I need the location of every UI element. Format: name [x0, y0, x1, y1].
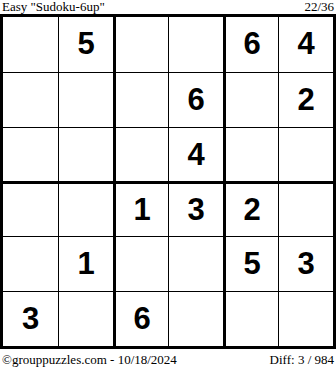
difficulty-text: Diff: 3 / 984	[270, 352, 334, 368]
cell-r4c4: 3	[168, 181, 223, 236]
cell-r2c2[interactable]	[58, 72, 113, 127]
cell-r6c3: 6	[113, 291, 168, 346]
cell-r1c2: 5	[58, 17, 113, 72]
cell-r2c4: 6	[168, 72, 223, 127]
cell-r1c4[interactable]	[168, 17, 223, 72]
cell-r6c4[interactable]	[168, 291, 223, 346]
copyright-text: ©grouppuzzles.com - 10/18/2024	[2, 352, 177, 368]
cell-r2c1[interactable]	[3, 72, 58, 127]
cell-r4c5: 2	[223, 181, 278, 236]
cell-r4c1[interactable]	[3, 181, 58, 236]
cell-r5c2: 1	[58, 236, 113, 291]
cell-r6c1: 3	[3, 291, 58, 346]
cell-r3c2[interactable]	[58, 127, 113, 182]
cell-r3c6[interactable]	[278, 127, 333, 182]
cell-r5c5: 5	[223, 236, 278, 291]
cell-r3c4: 4	[168, 127, 223, 182]
cell-r6c2[interactable]	[58, 291, 113, 346]
cell-r5c6: 3	[278, 236, 333, 291]
cell-r3c5[interactable]	[223, 127, 278, 182]
cell-r5c1[interactable]	[3, 236, 58, 291]
header: Easy "Sudoku-6up" 22/36	[0, 0, 336, 14]
footer: ©grouppuzzles.com - 10/18/2024 Diff: 3 /…	[0, 349, 336, 370]
cell-r2c6: 2	[278, 72, 333, 127]
cell-r5c4[interactable]	[168, 236, 223, 291]
cell-r1c1[interactable]	[3, 17, 58, 72]
cell-r3c1[interactable]	[3, 127, 58, 182]
cell-r2c5[interactable]	[223, 72, 278, 127]
cell-r5c3[interactable]	[113, 236, 168, 291]
sudoku-board: 56462413215336	[0, 14, 336, 349]
cell-r6c5[interactable]	[223, 291, 278, 346]
cell-r6c6[interactable]	[278, 291, 333, 346]
puzzle-page: Easy "Sudoku-6up" 22/36 56462413215336 ©…	[0, 0, 336, 370]
cell-r1c5: 6	[223, 17, 278, 72]
cell-r4c3: 1	[113, 181, 168, 236]
cell-r2c3[interactable]	[113, 72, 168, 127]
cell-r1c3[interactable]	[113, 17, 168, 72]
cell-r4c6[interactable]	[278, 181, 333, 236]
puzzle-title: Easy "Sudoku-6up"	[2, 0, 105, 14]
cell-r4c2[interactable]	[58, 181, 113, 236]
cell-r3c3[interactable]	[113, 127, 168, 182]
cell-counter: 22/36	[304, 0, 334, 14]
cell-r1c6: 4	[278, 17, 333, 72]
